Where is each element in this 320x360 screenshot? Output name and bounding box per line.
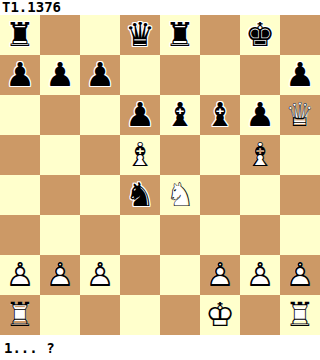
square-g5[interactable]: ♝♗ [240, 135, 280, 175]
square-d5[interactable]: ♝♗ [120, 135, 160, 175]
black-king-piece: ♚ [240, 15, 280, 55]
square-h3[interactable] [280, 215, 320, 255]
square-e1[interactable] [160, 295, 200, 335]
square-h6[interactable]: ♛♕ [280, 95, 320, 135]
square-f2[interactable]: ♟♙ [200, 255, 240, 295]
square-g4[interactable] [240, 175, 280, 215]
square-f6[interactable]: ♝ [200, 95, 240, 135]
black-queen-piece: ♛ [120, 15, 160, 55]
square-h2[interactable]: ♟♙ [280, 255, 320, 295]
square-e4[interactable]: ♞♘ [160, 175, 200, 215]
square-c4[interactable] [80, 175, 120, 215]
square-a5[interactable] [0, 135, 40, 175]
black-rook-piece: ♜ [160, 15, 200, 55]
black-pawn-piece: ♟ [40, 55, 80, 95]
black-rook-piece: ♜ [0, 15, 40, 55]
square-g7[interactable] [240, 55, 280, 95]
square-a2[interactable]: ♟♙ [0, 255, 40, 295]
white-bishop-piece: ♝♗ [240, 135, 280, 175]
white-pawn-piece: ♟♙ [0, 255, 40, 295]
square-c7[interactable]: ♟ [80, 55, 120, 95]
white-bishop-piece: ♝♗ [120, 135, 160, 175]
square-h1[interactable]: ♜♖ [280, 295, 320, 335]
square-b1[interactable] [40, 295, 80, 335]
square-f3[interactable] [200, 215, 240, 255]
square-b4[interactable] [40, 175, 80, 215]
square-e7[interactable] [160, 55, 200, 95]
square-e3[interactable] [160, 215, 200, 255]
square-g8[interactable]: ♚ [240, 15, 280, 55]
square-g3[interactable] [240, 215, 280, 255]
white-pawn-piece: ♟♙ [200, 255, 240, 295]
square-e2[interactable] [160, 255, 200, 295]
square-b3[interactable] [40, 215, 80, 255]
square-a4[interactable] [0, 175, 40, 215]
square-f7[interactable] [200, 55, 240, 95]
square-d8[interactable]: ♛ [120, 15, 160, 55]
black-pawn-piece: ♟ [120, 95, 160, 135]
white-knight-piece: ♞♘ [160, 175, 200, 215]
square-b6[interactable] [40, 95, 80, 135]
square-h5[interactable] [280, 135, 320, 175]
square-h7[interactable]: ♟ [280, 55, 320, 95]
square-e6[interactable]: ♝ [160, 95, 200, 135]
chess-board: ♜♛♜♚♟♟♟♟♟♝♝♟♛♕♝♗♝♗♞♞♘♟♙♟♙♟♙♟♙♟♙♟♙♜♖♚♔♜♖ [0, 15, 320, 335]
square-e5[interactable] [160, 135, 200, 175]
square-d3[interactable] [120, 215, 160, 255]
square-a1[interactable]: ♜♖ [0, 295, 40, 335]
square-g6[interactable]: ♟ [240, 95, 280, 135]
white-pawn-piece: ♟♙ [80, 255, 120, 295]
white-pawn-piece: ♟♙ [280, 255, 320, 295]
square-g2[interactable]: ♟♙ [240, 255, 280, 295]
square-g1[interactable] [240, 295, 280, 335]
square-c5[interactable] [80, 135, 120, 175]
square-f5[interactable] [200, 135, 240, 175]
black-pawn-piece: ♟ [280, 55, 320, 95]
square-a3[interactable] [0, 215, 40, 255]
square-d7[interactable] [120, 55, 160, 95]
square-f4[interactable] [200, 175, 240, 215]
black-bishop-piece: ♝ [160, 95, 200, 135]
white-pawn-piece: ♟♙ [240, 255, 280, 295]
square-c3[interactable] [80, 215, 120, 255]
square-b5[interactable] [40, 135, 80, 175]
white-rook-piece: ♜♖ [0, 295, 40, 335]
puzzle-id: T1.1376 [0, 0, 320, 15]
square-b7[interactable]: ♟ [40, 55, 80, 95]
white-rook-piece: ♜♖ [280, 295, 320, 335]
square-f8[interactable] [200, 15, 240, 55]
move-prompt: 1... ? [0, 335, 320, 360]
square-a6[interactable] [0, 95, 40, 135]
square-e8[interactable]: ♜ [160, 15, 200, 55]
square-d4[interactable]: ♞ [120, 175, 160, 215]
square-h4[interactable] [280, 175, 320, 215]
square-d6[interactable]: ♟ [120, 95, 160, 135]
white-king-piece: ♚♔ [200, 295, 240, 335]
square-c6[interactable] [80, 95, 120, 135]
black-knight-piece: ♞ [120, 175, 160, 215]
white-queen-piece: ♛♕ [280, 95, 320, 135]
black-pawn-piece: ♟ [0, 55, 40, 95]
square-c2[interactable]: ♟♙ [80, 255, 120, 295]
square-f1[interactable]: ♚♔ [200, 295, 240, 335]
black-bishop-piece: ♝ [200, 95, 240, 135]
square-d2[interactable] [120, 255, 160, 295]
white-pawn-piece: ♟♙ [40, 255, 80, 295]
square-d1[interactable] [120, 295, 160, 335]
black-pawn-piece: ♟ [80, 55, 120, 95]
square-a8[interactable]: ♜ [0, 15, 40, 55]
square-c1[interactable] [80, 295, 120, 335]
square-b2[interactable]: ♟♙ [40, 255, 80, 295]
square-c8[interactable] [80, 15, 120, 55]
black-pawn-piece: ♟ [240, 95, 280, 135]
square-b8[interactable] [40, 15, 80, 55]
square-h8[interactable] [280, 15, 320, 55]
square-a7[interactable]: ♟ [0, 55, 40, 95]
